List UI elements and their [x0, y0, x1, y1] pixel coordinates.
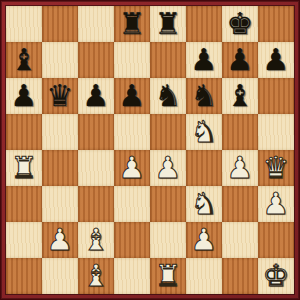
square-e6[interactable]: ♞ [150, 78, 186, 114]
white-pawn[interactable]: ♟ [119, 150, 146, 186]
white-pawn[interactable]: ♟ [227, 150, 254, 186]
black-king[interactable]: ♚ [227, 6, 254, 42]
square-d1[interactable] [114, 258, 150, 294]
square-c3[interactable] [78, 186, 114, 222]
square-e1[interactable]: ♜ [150, 258, 186, 294]
square-c1[interactable]: ♝ [78, 258, 114, 294]
white-bishop[interactable]: ♝ [83, 222, 110, 258]
white-queen[interactable]: ♛ [263, 150, 290, 186]
square-g6[interactable]: ♝ [222, 78, 258, 114]
square-d8[interactable]: ♜ [114, 6, 150, 42]
square-c4[interactable] [78, 150, 114, 186]
square-f4[interactable] [186, 150, 222, 186]
square-f7[interactable]: ♟ [186, 42, 222, 78]
square-f5[interactable]: ♞ [186, 114, 222, 150]
square-a1[interactable] [6, 258, 42, 294]
black-pawn[interactable]: ♟ [119, 78, 146, 114]
square-g4[interactable]: ♟ [222, 150, 258, 186]
square-e5[interactable] [150, 114, 186, 150]
square-b7[interactable] [42, 42, 78, 78]
square-c6[interactable]: ♟ [78, 78, 114, 114]
square-f2[interactable]: ♟ [186, 222, 222, 258]
black-bishop[interactable]: ♝ [227, 78, 254, 114]
black-bishop[interactable]: ♝ [11, 42, 38, 78]
square-c8[interactable] [78, 6, 114, 42]
square-f8[interactable] [186, 6, 222, 42]
white-rook[interactable]: ♜ [155, 258, 182, 294]
square-e7[interactable] [150, 42, 186, 78]
black-knight[interactable]: ♞ [191, 78, 218, 114]
black-pawn[interactable]: ♟ [83, 78, 110, 114]
square-h6[interactable] [258, 78, 294, 114]
square-d3[interactable] [114, 186, 150, 222]
square-h8[interactable] [258, 6, 294, 42]
white-pawn[interactable]: ♟ [191, 222, 218, 258]
square-g5[interactable] [222, 114, 258, 150]
chess-board: ♜♜♚♝♟♟♟♟♛♟♟♞♞♝♞♜♟♟♟♛♞♟♟♝♟♝♜♚ [6, 6, 294, 294]
square-g8[interactable]: ♚ [222, 6, 258, 42]
square-h2[interactable] [258, 222, 294, 258]
square-b5[interactable] [42, 114, 78, 150]
square-e2[interactable] [150, 222, 186, 258]
square-d6[interactable]: ♟ [114, 78, 150, 114]
square-d5[interactable] [114, 114, 150, 150]
white-rook[interactable]: ♜ [11, 150, 38, 186]
square-c2[interactable]: ♝ [78, 222, 114, 258]
square-a6[interactable]: ♟ [6, 78, 42, 114]
square-h3[interactable]: ♟ [258, 186, 294, 222]
square-d7[interactable] [114, 42, 150, 78]
white-bishop[interactable]: ♝ [83, 258, 110, 294]
black-knight[interactable]: ♞ [155, 78, 182, 114]
square-a2[interactable] [6, 222, 42, 258]
square-b4[interactable] [42, 150, 78, 186]
square-a8[interactable] [6, 6, 42, 42]
square-d2[interactable] [114, 222, 150, 258]
square-g2[interactable] [222, 222, 258, 258]
white-pawn[interactable]: ♟ [155, 150, 182, 186]
square-h1[interactable]: ♚ [258, 258, 294, 294]
black-rook[interactable]: ♜ [119, 6, 146, 42]
square-f3[interactable]: ♞ [186, 186, 222, 222]
square-g1[interactable] [222, 258, 258, 294]
black-rook[interactable]: ♜ [155, 6, 182, 42]
white-king[interactable]: ♚ [263, 258, 290, 294]
black-queen[interactable]: ♛ [47, 78, 74, 114]
black-pawn[interactable]: ♟ [263, 42, 290, 78]
square-b8[interactable] [42, 6, 78, 42]
square-a5[interactable] [6, 114, 42, 150]
black-pawn[interactable]: ♟ [227, 42, 254, 78]
square-d4[interactable]: ♟ [114, 150, 150, 186]
square-e4[interactable]: ♟ [150, 150, 186, 186]
square-g3[interactable] [222, 186, 258, 222]
square-f6[interactable]: ♞ [186, 78, 222, 114]
square-h5[interactable] [258, 114, 294, 150]
white-pawn[interactable]: ♟ [263, 186, 290, 222]
square-e3[interactable] [150, 186, 186, 222]
square-b6[interactable]: ♛ [42, 78, 78, 114]
white-knight[interactable]: ♞ [191, 186, 218, 222]
square-h7[interactable]: ♟ [258, 42, 294, 78]
square-g7[interactable]: ♟ [222, 42, 258, 78]
square-e8[interactable]: ♜ [150, 6, 186, 42]
black-pawn[interactable]: ♟ [11, 78, 38, 114]
square-a7[interactable]: ♝ [6, 42, 42, 78]
square-c5[interactable] [78, 114, 114, 150]
white-pawn[interactable]: ♟ [47, 222, 74, 258]
square-b1[interactable] [42, 258, 78, 294]
white-knight[interactable]: ♞ [191, 114, 218, 150]
board-frame: ♜♜♚♝♟♟♟♟♛♟♟♞♞♝♞♜♟♟♟♛♞♟♟♝♟♝♜♚ [0, 0, 300, 300]
square-b3[interactable] [42, 186, 78, 222]
square-a3[interactable] [6, 186, 42, 222]
square-f1[interactable] [186, 258, 222, 294]
square-h4[interactable]: ♛ [258, 150, 294, 186]
black-pawn[interactable]: ♟ [191, 42, 218, 78]
square-b2[interactable]: ♟ [42, 222, 78, 258]
square-c7[interactable] [78, 42, 114, 78]
square-a4[interactable]: ♜ [6, 150, 42, 186]
